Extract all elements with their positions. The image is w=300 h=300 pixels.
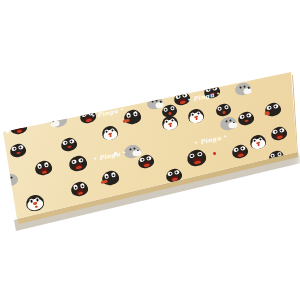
pingu-face [264, 102, 282, 118]
pingu-left-eye [217, 106, 222, 111]
seal-left-eye [240, 86, 242, 88]
pingu-left-eye [11, 123, 16, 128]
pingu-left-eye [63, 141, 68, 146]
pingu-face [270, 126, 288, 142]
pingu-mouth [244, 120, 249, 123]
pingu-mouth [16, 152, 21, 155]
pingu-face [33, 159, 53, 176]
seal-muzzle [50, 120, 60, 128]
pingu-left-eye [71, 159, 77, 164]
sparkle-dot [212, 151, 215, 154]
pingu-open-mouth [276, 133, 284, 140]
pingu-right-eye [223, 105, 228, 110]
pingu-right-eye [132, 111, 137, 116]
pingu-face [9, 143, 27, 159]
pingu-right-eye [18, 146, 23, 151]
seal-face [218, 116, 237, 132]
pingu-right-eye [110, 172, 115, 177]
pingu-open-mouth [237, 151, 245, 158]
sparkle-icon: ✦ [216, 91, 221, 97]
sparkle-icon: ✦ [194, 140, 199, 146]
pingu-left-eye [12, 147, 17, 152]
pingu-right-eye [18, 121, 23, 126]
pinga-face [101, 124, 120, 141]
pingu-open-mouth [39, 167, 47, 174]
pingu-right-eye [169, 106, 174, 111]
pingu-left-eye [240, 115, 245, 120]
sparkle-icon: ✦ [187, 97, 192, 103]
pingu-mouth [221, 111, 225, 114]
sparkle-icon: ✦ [120, 107, 125, 113]
pingu-right-eye [78, 157, 84, 162]
pingu-beak [100, 179, 107, 184]
pingu-left-eye [270, 153, 275, 158]
sparkle-dot [113, 151, 117, 155]
penguin-mat: ✦ Pingu ✦✦ Pingu ✦✦ Pingu ✦✦ Pingu ✦ [0, 0, 300, 300]
pingu-right-eye [273, 105, 278, 110]
seal-right-eye [243, 85, 245, 87]
seal-face [48, 113, 67, 129]
pingu-open-mouth [179, 98, 187, 105]
pingu-open-mouth [75, 188, 83, 195]
sparkle-icon: ✦ [91, 113, 96, 119]
pingu-left-eye [103, 174, 108, 179]
seal-nose [247, 87, 249, 89]
pingu-logo-text: ✦ Pingu ✦ [91, 106, 125, 120]
seal-right-eye [155, 99, 157, 101]
pingu-face [185, 148, 207, 167]
seal-left-eye [54, 118, 56, 120]
pingu-face [68, 154, 89, 172]
pingu-open-mouth [192, 157, 201, 165]
seal-left-eye [224, 121, 226, 123]
pingu-logo-text: ✦ Pingu ✦ [194, 133, 228, 147]
pingu-open-mouth [143, 161, 151, 168]
pingu-right-eye [79, 183, 84, 188]
seal-face [146, 95, 164, 111]
seal-nose [3, 180, 5, 182]
penguin-pattern: ✦ Pingu ✦✦ Pingu ✦✦ Pingu ✦✦ Pingu ✦ [0, 0, 300, 300]
pingu-right-eye [43, 162, 48, 167]
sparkle-dot [5, 129, 9, 133]
pingu-face [69, 180, 89, 197]
pingu-left-eye [163, 107, 168, 112]
pingu-mouth [67, 146, 72, 149]
pinga-face [187, 107, 206, 124]
pingu-right-eye [246, 114, 251, 119]
pingu-face [237, 111, 255, 127]
pingu-logo-text: ✦ Pingu ✦ [93, 149, 127, 163]
sparkle-icon: ✦ [223, 134, 228, 140]
sparkle-icon: ✦ [93, 156, 98, 162]
product-photo: ✦ Pingu ✦✦ Pingu ✦✦ Pingu ✦✦ Pingu ✦ [0, 0, 300, 300]
seal-left-eye [128, 149, 130, 151]
pinga-face [25, 193, 46, 212]
pingu-face [231, 144, 249, 160]
pinga-face [249, 133, 268, 150]
seal-left-eye [152, 100, 154, 102]
pingu-open-mouth [14, 126, 22, 133]
pingu-beak [264, 111, 270, 116]
seal-face [1, 172, 19, 188]
pingu-face [8, 118, 28, 135]
seal-right-eye [58, 117, 60, 119]
pingu-left-eye [125, 113, 130, 118]
pingu-face [60, 137, 78, 153]
seal-muzzle [228, 122, 238, 130]
seal-muzzle [2, 179, 11, 187]
pingu-mouth [167, 112, 171, 115]
sparkle-icon: ✦ [122, 150, 127, 156]
seal-face [234, 81, 252, 97]
seal-nose [159, 101, 161, 103]
pingu-right-eye [196, 152, 202, 158]
seal-left-eye [7, 177, 9, 179]
seal-right-eye [10, 176, 12, 178]
pingu-face [122, 108, 142, 125]
pingu-right-eye [276, 152, 281, 157]
pingu-face [100, 169, 120, 186]
pingu-beak [122, 118, 129, 123]
pingu-right-eye [69, 140, 74, 145]
pingu-face [214, 102, 231, 117]
pingu-face [137, 154, 155, 170]
